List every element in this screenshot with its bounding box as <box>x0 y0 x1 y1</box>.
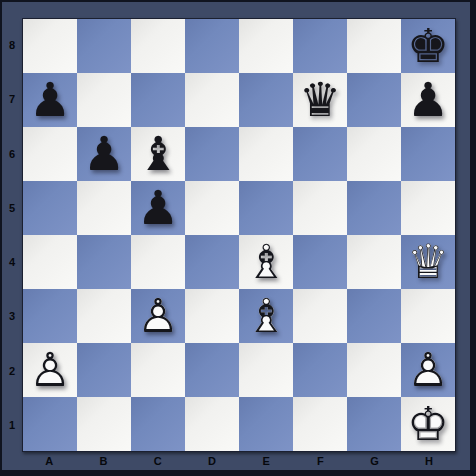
file-label-h: H <box>402 452 456 470</box>
square-f6[interactable] <box>293 127 347 181</box>
square-e6[interactable] <box>239 127 293 181</box>
file-label-e: E <box>239 452 293 470</box>
square-d7[interactable] <box>185 73 239 127</box>
white-bishop[interactable]: ♝♗ <box>239 289 293 343</box>
square-a1[interactable] <box>23 397 77 451</box>
square-c5[interactable]: ♟ <box>131 181 185 235</box>
file-label-f: F <box>293 452 347 470</box>
square-c2[interactable] <box>131 343 185 397</box>
square-g8[interactable] <box>347 19 401 73</box>
square-a3[interactable] <box>23 289 77 343</box>
square-c6[interactable]: ♝ <box>131 127 185 181</box>
square-f5[interactable] <box>293 181 347 235</box>
white-pawn[interactable]: ♟♙ <box>23 343 77 397</box>
rank-label-7: 7 <box>2 72 22 126</box>
piece-outline-glyph: ♗ <box>239 289 293 343</box>
square-d5[interactable] <box>185 181 239 235</box>
square-f2[interactable] <box>293 343 347 397</box>
piece-fill-glyph: ♛ <box>293 73 347 127</box>
square-b6[interactable]: ♟ <box>77 127 131 181</box>
square-e5[interactable] <box>239 181 293 235</box>
square-c3[interactable]: ♟♙ <box>131 289 185 343</box>
square-g6[interactable] <box>347 127 401 181</box>
square-b3[interactable] <box>77 289 131 343</box>
square-g2[interactable] <box>347 343 401 397</box>
square-d8[interactable] <box>185 19 239 73</box>
piece-outline-glyph: ♗ <box>239 235 293 289</box>
black-pawn[interactable]: ♟ <box>23 73 77 127</box>
square-c1[interactable] <box>131 397 185 451</box>
square-c8[interactable] <box>131 19 185 73</box>
square-h4[interactable]: ♛♕ <box>401 235 455 289</box>
piece-outline-glyph: ♙ <box>131 289 185 343</box>
chessboard-frame: 87654321 ABCDEFGH ♚♟♛♟♟♝♟♝♗♛♕♟♙♝♗♟♙♟♙♚♔ <box>0 0 476 476</box>
square-c7[interactable] <box>131 73 185 127</box>
black-pawn[interactable]: ♟ <box>77 127 131 181</box>
square-e8[interactable] <box>239 19 293 73</box>
square-d6[interactable] <box>185 127 239 181</box>
piece-fill-glyph: ♟ <box>401 73 455 127</box>
square-b2[interactable] <box>77 343 131 397</box>
square-h3[interactable] <box>401 289 455 343</box>
black-pawn[interactable]: ♟ <box>401 73 455 127</box>
rank-label-3: 3 <box>2 289 22 343</box>
square-a4[interactable] <box>23 235 77 289</box>
piece-fill-glyph: ♚ <box>401 19 455 73</box>
piece-outline-glyph: ♙ <box>23 343 77 397</box>
square-a5[interactable] <box>23 181 77 235</box>
square-f8[interactable] <box>293 19 347 73</box>
rank-label-4: 4 <box>2 235 22 289</box>
square-g5[interactable] <box>347 181 401 235</box>
square-f7[interactable]: ♛ <box>293 73 347 127</box>
white-king[interactable]: ♚♔ <box>401 397 455 451</box>
square-b1[interactable] <box>77 397 131 451</box>
file-label-c: C <box>131 452 185 470</box>
file-label-g: G <box>348 452 402 470</box>
piece-fill-glyph: ♟ <box>23 73 77 127</box>
square-a7[interactable]: ♟ <box>23 73 77 127</box>
square-b8[interactable] <box>77 19 131 73</box>
file-label-a: A <box>22 452 76 470</box>
rank-label-6: 6 <box>2 127 22 181</box>
square-g7[interactable] <box>347 73 401 127</box>
black-king[interactable]: ♚ <box>401 19 455 73</box>
square-h2[interactable]: ♟♙ <box>401 343 455 397</box>
square-d2[interactable] <box>185 343 239 397</box>
rank-labels: 87654321 <box>2 18 22 452</box>
square-h7[interactable]: ♟ <box>401 73 455 127</box>
square-a8[interactable] <box>23 19 77 73</box>
square-f3[interactable] <box>293 289 347 343</box>
piece-outline-glyph: ♔ <box>401 397 455 451</box>
square-h8[interactable]: ♚ <box>401 19 455 73</box>
piece-fill-glyph: ♟ <box>77 127 131 181</box>
square-e3[interactable]: ♝♗ <box>239 289 293 343</box>
square-c4[interactable] <box>131 235 185 289</box>
square-b7[interactable] <box>77 73 131 127</box>
file-labels: ABCDEFGH <box>22 452 456 470</box>
square-a2[interactable]: ♟♙ <box>23 343 77 397</box>
white-pawn[interactable]: ♟♙ <box>131 289 185 343</box>
board-bezel: 87654321 ABCDEFGH ♚♟♛♟♟♝♟♝♗♛♕♟♙♝♗♟♙♟♙♚♔ <box>2 2 470 470</box>
chess-board: ♚♟♛♟♟♝♟♝♗♛♕♟♙♝♗♟♙♟♙♚♔ <box>22 18 456 452</box>
white-pawn[interactable]: ♟♙ <box>401 343 455 397</box>
square-b5[interactable] <box>77 181 131 235</box>
white-bishop[interactable]: ♝♗ <box>239 235 293 289</box>
rank-label-5: 5 <box>2 181 22 235</box>
file-label-b: B <box>76 452 130 470</box>
rank-label-2: 2 <box>2 344 22 398</box>
square-d3[interactable] <box>185 289 239 343</box>
square-e1[interactable] <box>239 397 293 451</box>
square-f4[interactable] <box>293 235 347 289</box>
square-h1[interactable]: ♚♔ <box>401 397 455 451</box>
square-g3[interactable] <box>347 289 401 343</box>
square-d1[interactable] <box>185 397 239 451</box>
square-h5[interactable] <box>401 181 455 235</box>
piece-outline-glyph: ♙ <box>401 343 455 397</box>
square-e4[interactable]: ♝♗ <box>239 235 293 289</box>
square-e7[interactable] <box>239 73 293 127</box>
square-g4[interactable] <box>347 235 401 289</box>
black-queen[interactable]: ♛ <box>293 73 347 127</box>
square-h6[interactable] <box>401 127 455 181</box>
black-bishop[interactable]: ♝ <box>131 127 185 181</box>
square-d4[interactable] <box>185 235 239 289</box>
square-g1[interactable] <box>347 397 401 451</box>
file-label-d: D <box>185 452 239 470</box>
black-pawn[interactable]: ♟ <box>131 181 185 235</box>
piece-fill-glyph: ♟ <box>131 181 185 235</box>
square-a6[interactable] <box>23 127 77 181</box>
square-e2[interactable] <box>239 343 293 397</box>
rank-label-8: 8 <box>2 18 22 72</box>
square-f1[interactable] <box>293 397 347 451</box>
white-queen[interactable]: ♛♕ <box>401 235 455 289</box>
piece-fill-glyph: ♝ <box>131 127 185 181</box>
piece-outline-glyph: ♕ <box>401 235 455 289</box>
rank-label-1: 1 <box>2 398 22 452</box>
square-b4[interactable] <box>77 235 131 289</box>
